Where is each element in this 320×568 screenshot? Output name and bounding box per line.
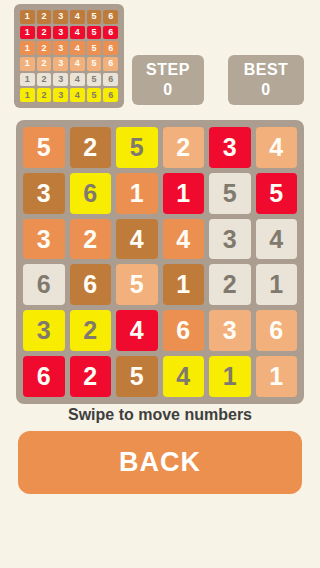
goal-tile-r3c6: 6	[103, 41, 118, 55]
tile-r3c1[interactable]: 3	[23, 219, 65, 260]
goal-tile-r2c3: 3	[53, 26, 68, 40]
goal-tile-r6c1: 1	[20, 88, 35, 102]
tile-r5c3[interactable]: 4	[116, 310, 158, 351]
tile-r1c6[interactable]: 4	[256, 127, 298, 168]
tile-r4c2[interactable]: 6	[70, 264, 112, 305]
goal-tile-r4c4: 4	[70, 57, 85, 71]
tile-r5c2[interactable]: 2	[70, 310, 112, 351]
tile-r1c1[interactable]: 5	[23, 127, 65, 168]
goal-tile-r6c2: 2	[37, 88, 52, 102]
tile-r5c1[interactable]: 3	[23, 310, 65, 351]
goal-tile-r1c6: 6	[103, 10, 118, 24]
tile-r1c5[interactable]: 3	[209, 127, 251, 168]
tile-r4c1[interactable]: 6	[23, 264, 65, 305]
goal-tile-r2c6: 6	[103, 26, 118, 40]
tile-r6c2[interactable]: 2	[70, 356, 112, 397]
board-grid[interactable]: 525234361155324434665121324636625411	[16, 120, 304, 404]
goal-tile-r2c5: 5	[87, 26, 102, 40]
goal-tile-r4c1: 1	[20, 57, 35, 71]
tile-r2c1[interactable]: 3	[23, 173, 65, 214]
goal-tile-r6c5: 5	[87, 88, 102, 102]
goal-tile-r3c3: 3	[53, 41, 68, 55]
tile-r6c3[interactable]: 5	[116, 356, 158, 397]
goal-tile-r4c5: 5	[87, 57, 102, 71]
goal-tile-r6c6: 6	[103, 88, 118, 102]
tile-r4c3[interactable]: 5	[116, 264, 158, 305]
goal-tile-r1c3: 3	[53, 10, 68, 24]
best-counter: BEST 0	[228, 55, 304, 105]
goal-tile-r1c2: 2	[37, 10, 52, 24]
goal-tile-r3c2: 2	[37, 41, 52, 55]
goal-tile-r5c1: 1	[20, 73, 35, 87]
goal-tile-r5c4: 4	[70, 73, 85, 87]
goal-tile-r1c4: 4	[70, 10, 85, 24]
goal-tile-r2c2: 2	[37, 26, 52, 40]
goal-tile-r5c6: 6	[103, 73, 118, 87]
back-button[interactable]: BACK	[18, 431, 302, 494]
goal-tile-r3c5: 5	[87, 41, 102, 55]
tile-r6c1[interactable]: 6	[23, 356, 65, 397]
goal-tile-r6c3: 3	[53, 88, 68, 102]
goal-tile-r5c3: 3	[53, 73, 68, 87]
goal-tile-r1c5: 5	[87, 10, 102, 24]
tile-r4c5[interactable]: 2	[209, 264, 251, 305]
goal-tile-r4c6: 6	[103, 57, 118, 71]
tile-r3c2[interactable]: 2	[70, 219, 112, 260]
tile-r2c4[interactable]: 1	[163, 173, 205, 214]
step-value: 0	[163, 80, 172, 100]
step-counter: STEP 0	[132, 55, 204, 105]
tile-r3c3[interactable]: 4	[116, 219, 158, 260]
tile-r4c4[interactable]: 1	[163, 264, 205, 305]
tile-r3c5[interactable]: 3	[209, 219, 251, 260]
best-label: BEST	[244, 60, 289, 80]
tile-r6c5[interactable]: 1	[209, 356, 251, 397]
swipe-hint-text: Swipe to move numbers	[0, 406, 320, 424]
goal-tile-r5c5: 5	[87, 73, 102, 87]
goal-preview-grid: 123456123456123456123456123456123456	[14, 4, 124, 108]
tile-r5c6[interactable]: 6	[256, 310, 298, 351]
tile-r2c6[interactable]: 5	[256, 173, 298, 214]
tile-r2c2[interactable]: 6	[70, 173, 112, 214]
tile-r5c5[interactable]: 3	[209, 310, 251, 351]
tile-r5c4[interactable]: 6	[163, 310, 205, 351]
tile-r2c5[interactable]: 5	[209, 173, 251, 214]
tile-r6c6[interactable]: 1	[256, 356, 298, 397]
tile-r2c3[interactable]: 1	[116, 173, 158, 214]
goal-tile-r1c1: 1	[20, 10, 35, 24]
goal-tile-r4c2: 2	[37, 57, 52, 71]
goal-tile-r2c1: 1	[20, 26, 35, 40]
tile-r1c2[interactable]: 2	[70, 127, 112, 168]
goal-tile-r5c2: 2	[37, 73, 52, 87]
tile-r1c3[interactable]: 5	[116, 127, 158, 168]
tile-r3c6[interactable]: 4	[256, 219, 298, 260]
best-value: 0	[261, 80, 270, 100]
goal-tile-r4c3: 3	[53, 57, 68, 71]
tile-r6c4[interactable]: 4	[163, 356, 205, 397]
goal-tile-r6c4: 4	[70, 88, 85, 102]
step-label: STEP	[146, 60, 190, 80]
goal-tile-r2c4: 4	[70, 26, 85, 40]
tile-r4c6[interactable]: 1	[256, 264, 298, 305]
tile-r1c4[interactable]: 2	[163, 127, 205, 168]
goal-tile-r3c1: 1	[20, 41, 35, 55]
goal-tile-r3c4: 4	[70, 41, 85, 55]
tile-r3c4[interactable]: 4	[163, 219, 205, 260]
